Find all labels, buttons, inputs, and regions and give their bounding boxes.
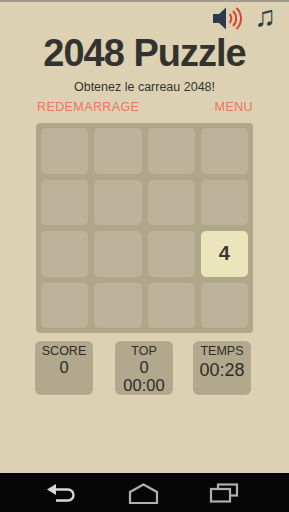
- speaker-icon: [212, 6, 245, 31]
- music-toggle-icon[interactable]: ♫: [249, 0, 281, 33]
- stat-value: 0: [59, 359, 68, 377]
- board-cell-r3c3: [148, 231, 195, 277]
- stat-value: 00:00: [123, 377, 164, 395]
- home-icon[interactable]: [128, 483, 159, 508]
- page-subtitle: Obtenez le carreau 2048!: [0, 80, 289, 94]
- board-cell-r4c2: [94, 283, 141, 329]
- board-cell-r4c1: [41, 283, 88, 329]
- board[interactable]: 4: [36, 123, 253, 333]
- board-cell-r1c3: [148, 128, 195, 174]
- board-cell-r4c3: [148, 283, 195, 329]
- stat-value: 0: [139, 359, 148, 377]
- board-cell-r2c2: [94, 180, 141, 226]
- tile-4-r3c4: 4: [201, 231, 248, 277]
- statbox-top: TOP000:00: [115, 341, 173, 395]
- sound-toggle-icon[interactable]: [212, 6, 245, 31]
- screen-top-edge: [0, 0, 289, 2]
- board-cell-r2c4: [201, 180, 248, 226]
- board-cell-r2c1: [41, 180, 88, 226]
- menu-button[interactable]: MENU: [215, 100, 253, 114]
- back-icon[interactable]: [46, 483, 80, 507]
- board-cell-r1c4: [201, 128, 248, 174]
- recents-icon[interactable]: [209, 483, 239, 507]
- board-cell-r3c2: [94, 231, 141, 277]
- stat-value: 00:28: [199, 359, 244, 381]
- board-cell-r1c2: [94, 128, 141, 174]
- statbox-score: SCORE0: [35, 341, 93, 395]
- page-title: 2048 Puzzle: [0, 30, 289, 76]
- statbox-temps: TEMPS00:28: [193, 341, 251, 395]
- board-cell-r2c3: [148, 180, 195, 226]
- app-screen: ♫ 2048 Puzzle Obtenez le carreau 2048! R…: [0, 0, 289, 512]
- board-cell-r3c1: [41, 231, 88, 277]
- stat-label: TEMPS: [200, 344, 243, 359]
- restart-button[interactable]: REDEMARRAGE: [37, 100, 139, 114]
- board-cell-r4c4: [201, 283, 248, 329]
- stat-label: SCORE: [42, 344, 86, 359]
- board-cell-r1c1: [41, 128, 88, 174]
- stat-label: TOP: [131, 344, 156, 359]
